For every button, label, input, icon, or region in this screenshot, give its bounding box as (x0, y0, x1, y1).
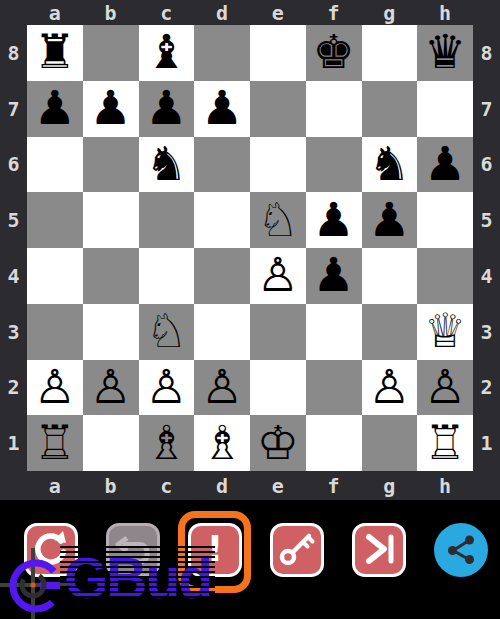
piece-white-rook[interactable]: ♖ (424, 419, 466, 466)
rank-label-3: 3 (473, 304, 500, 360)
piece-black-king[interactable]: ♚ (313, 28, 355, 75)
piece-black-bishop[interactable]: ♝ (145, 28, 187, 75)
square-h3[interactable]: ♕ (417, 304, 473, 360)
file-label-b: b (83, 0, 139, 25)
rank-label-2: 2 (473, 360, 500, 416)
square-a4[interactable] (27, 248, 83, 304)
square-d7[interactable]: ♟ (194, 81, 250, 137)
square-h8[interactable]: ♛ (417, 25, 473, 81)
rank-label-6: 6 (473, 137, 500, 193)
square-b2[interactable]: ♙ (83, 360, 139, 416)
file-label-a: a (27, 0, 83, 25)
rank-label-7: 7 (473, 81, 500, 137)
board-frame: abcdefgh 87654321 87654321 abcdefgh ♜♝♚♛… (0, 0, 500, 500)
square-c1[interactable]: ♗ (139, 415, 195, 471)
piece-black-pawn[interactable]: ♟ (368, 196, 410, 243)
rank-labels-right: 87654321 (473, 25, 500, 471)
square-b7[interactable]: ♟ (83, 81, 139, 137)
file-label-h: h (417, 0, 473, 25)
piece-white-knight[interactable]: ♘ (145, 307, 187, 354)
rank-label-2: 2 (0, 360, 27, 416)
file-label-f: f (306, 0, 362, 25)
square-g1[interactable] (362, 415, 418, 471)
square-h5[interactable] (417, 192, 473, 248)
square-e1[interactable]: ♔ (250, 415, 306, 471)
file-labels-top: abcdefgh (27, 0, 473, 25)
square-d1[interactable]: ♗ (194, 415, 250, 471)
square-b1[interactable] (83, 415, 139, 471)
square-b3[interactable] (83, 304, 139, 360)
rank-label-8: 8 (473, 25, 500, 81)
piece-black-knight[interactable]: ♞ (368, 140, 410, 187)
skip-next-icon (360, 530, 398, 571)
file-label-d: d (194, 471, 250, 500)
piece-white-rook[interactable]: ♖ (34, 419, 76, 466)
undo-icon (114, 530, 152, 571)
piece-white-pawn[interactable]: ♙ (201, 363, 243, 410)
rank-label-6: 6 (0, 137, 27, 193)
square-b5[interactable] (83, 192, 139, 248)
piece-white-pawn[interactable]: ♙ (90, 363, 132, 410)
square-f2[interactable] (306, 360, 362, 416)
file-label-d: d (194, 0, 250, 25)
file-label-g: g (362, 471, 418, 500)
chess-board[interactable]: ♜♝♚♛♟♟♟♟♞♞♟♘♟♟♙♟♘♕♙♙♙♙♙♙♖♗♗♔♖ (27, 25, 473, 471)
square-e6[interactable] (250, 137, 306, 193)
key-icon (278, 530, 316, 571)
square-b8[interactable] (83, 25, 139, 81)
square-c8[interactable]: ♝ (139, 25, 195, 81)
rank-label-5: 5 (0, 192, 27, 248)
piece-black-pawn[interactable]: ♟ (34, 84, 76, 131)
piece-white-bishop[interactable]: ♗ (145, 419, 187, 466)
square-a1[interactable]: ♖ (27, 415, 83, 471)
piece-white-knight[interactable]: ♘ (257, 196, 299, 243)
square-d2[interactable]: ♙ (194, 360, 250, 416)
rank-label-4: 4 (473, 248, 500, 304)
square-e4[interactable]: ♙ (250, 248, 306, 304)
square-d8[interactable] (194, 25, 250, 81)
square-c2[interactable]: ♙ (139, 360, 195, 416)
square-e5[interactable]: ♘ (250, 192, 306, 248)
square-f6[interactable] (306, 137, 362, 193)
rank-label-1: 1 (473, 415, 500, 471)
chess-puzzle-app: abcdefgh 87654321 87654321 abcdefgh ♜♝♚♛… (0, 0, 500, 619)
rank-label-8: 8 (0, 25, 27, 81)
piece-white-bishop[interactable]: ♗ (201, 419, 243, 466)
rank-label-5: 5 (473, 192, 500, 248)
piece-black-pawn[interactable]: ♟ (313, 196, 355, 243)
square-g3[interactable] (362, 304, 418, 360)
file-label-c: c (139, 471, 195, 500)
square-f4[interactable]: ♟ (306, 248, 362, 304)
square-e2[interactable] (250, 360, 306, 416)
rank-label-3: 3 (0, 304, 27, 360)
skip-button[interactable] (352, 523, 406, 577)
square-h2[interactable]: ♙ (417, 360, 473, 416)
square-d4[interactable] (194, 248, 250, 304)
piece-white-pawn[interactable]: ♙ (145, 363, 187, 410)
square-f3[interactable] (306, 304, 362, 360)
piece-black-pawn[interactable]: ♟ (201, 84, 243, 131)
piece-black-pawn[interactable]: ♟ (424, 140, 466, 187)
square-b6[interactable] (83, 137, 139, 193)
square-e3[interactable] (250, 304, 306, 360)
square-g5[interactable]: ♟ (362, 192, 418, 248)
square-g7[interactable] (362, 81, 418, 137)
toolbar: ! (0, 500, 500, 619)
square-f1[interactable] (306, 415, 362, 471)
piece-white-pawn[interactable]: ♙ (257, 251, 299, 298)
piece-black-pawn[interactable]: ♟ (145, 84, 187, 131)
square-b4[interactable] (83, 248, 139, 304)
rank-label-7: 7 (0, 81, 27, 137)
square-h6[interactable]: ♟ (417, 137, 473, 193)
file-label-e: e (250, 0, 306, 25)
square-f5[interactable]: ♟ (306, 192, 362, 248)
solution-button[interactable] (270, 523, 324, 577)
file-label-f: f (306, 471, 362, 500)
file-label-h: h (417, 471, 473, 500)
square-h4[interactable] (417, 248, 473, 304)
square-h7[interactable] (417, 81, 473, 137)
square-g8[interactable] (362, 25, 418, 81)
square-g2[interactable]: ♙ (362, 360, 418, 416)
square-c5[interactable] (139, 192, 195, 248)
piece-black-pawn[interactable]: ♟ (313, 251, 355, 298)
share-button[interactable] (434, 523, 488, 577)
undo-button[interactable] (106, 523, 160, 577)
restart-button[interactable] (24, 523, 78, 577)
piece-white-pawn[interactable]: ♙ (34, 363, 76, 410)
file-label-c: c (139, 0, 195, 25)
file-label-a: a (27, 471, 83, 500)
square-d3[interactable] (194, 304, 250, 360)
square-g6[interactable]: ♞ (362, 137, 418, 193)
square-e7[interactable] (250, 81, 306, 137)
file-label-e: e (250, 471, 306, 500)
piece-white-pawn[interactable]: ♙ (424, 363, 466, 410)
square-e8[interactable] (250, 25, 306, 81)
square-d6[interactable] (194, 137, 250, 193)
square-f7[interactable] (306, 81, 362, 137)
square-c3[interactable]: ♘ (139, 304, 195, 360)
piece-black-queen[interactable]: ♛ (424, 28, 466, 75)
square-c6[interactable]: ♞ (139, 137, 195, 193)
square-f8[interactable]: ♚ (306, 25, 362, 81)
piece-white-pawn[interactable]: ♙ (368, 363, 410, 410)
piece-white-queen[interactable]: ♕ (424, 307, 466, 354)
square-d5[interactable] (194, 192, 250, 248)
square-a6[interactable] (27, 137, 83, 193)
file-labels-bottom: abcdefgh (27, 471, 473, 500)
rank-labels-left: 87654321 (0, 25, 27, 471)
rank-label-4: 4 (0, 248, 27, 304)
piece-white-king[interactable]: ♔ (257, 419, 299, 466)
piece-black-pawn[interactable]: ♟ (90, 84, 132, 131)
square-h1[interactable]: ♖ (417, 415, 473, 471)
refresh-icon (32, 530, 70, 571)
square-c4[interactable] (139, 248, 195, 304)
share-icon (443, 531, 479, 570)
piece-black-rook[interactable]: ♜ (34, 28, 76, 75)
square-a3[interactable] (27, 304, 83, 360)
square-a7[interactable]: ♟ (27, 81, 83, 137)
square-a8[interactable]: ♜ (27, 25, 83, 81)
square-c7[interactable]: ♟ (139, 81, 195, 137)
file-label-b: b (83, 471, 139, 500)
hint-button[interactable]: ! (188, 523, 242, 577)
rank-label-1: 1 (0, 415, 27, 471)
square-a2[interactable]: ♙ (27, 360, 83, 416)
piece-black-knight[interactable]: ♞ (145, 140, 187, 187)
square-a5[interactable] (27, 192, 83, 248)
exclamation-icon: ! (207, 531, 223, 567)
file-label-g: g (362, 0, 418, 25)
square-g4[interactable] (362, 248, 418, 304)
